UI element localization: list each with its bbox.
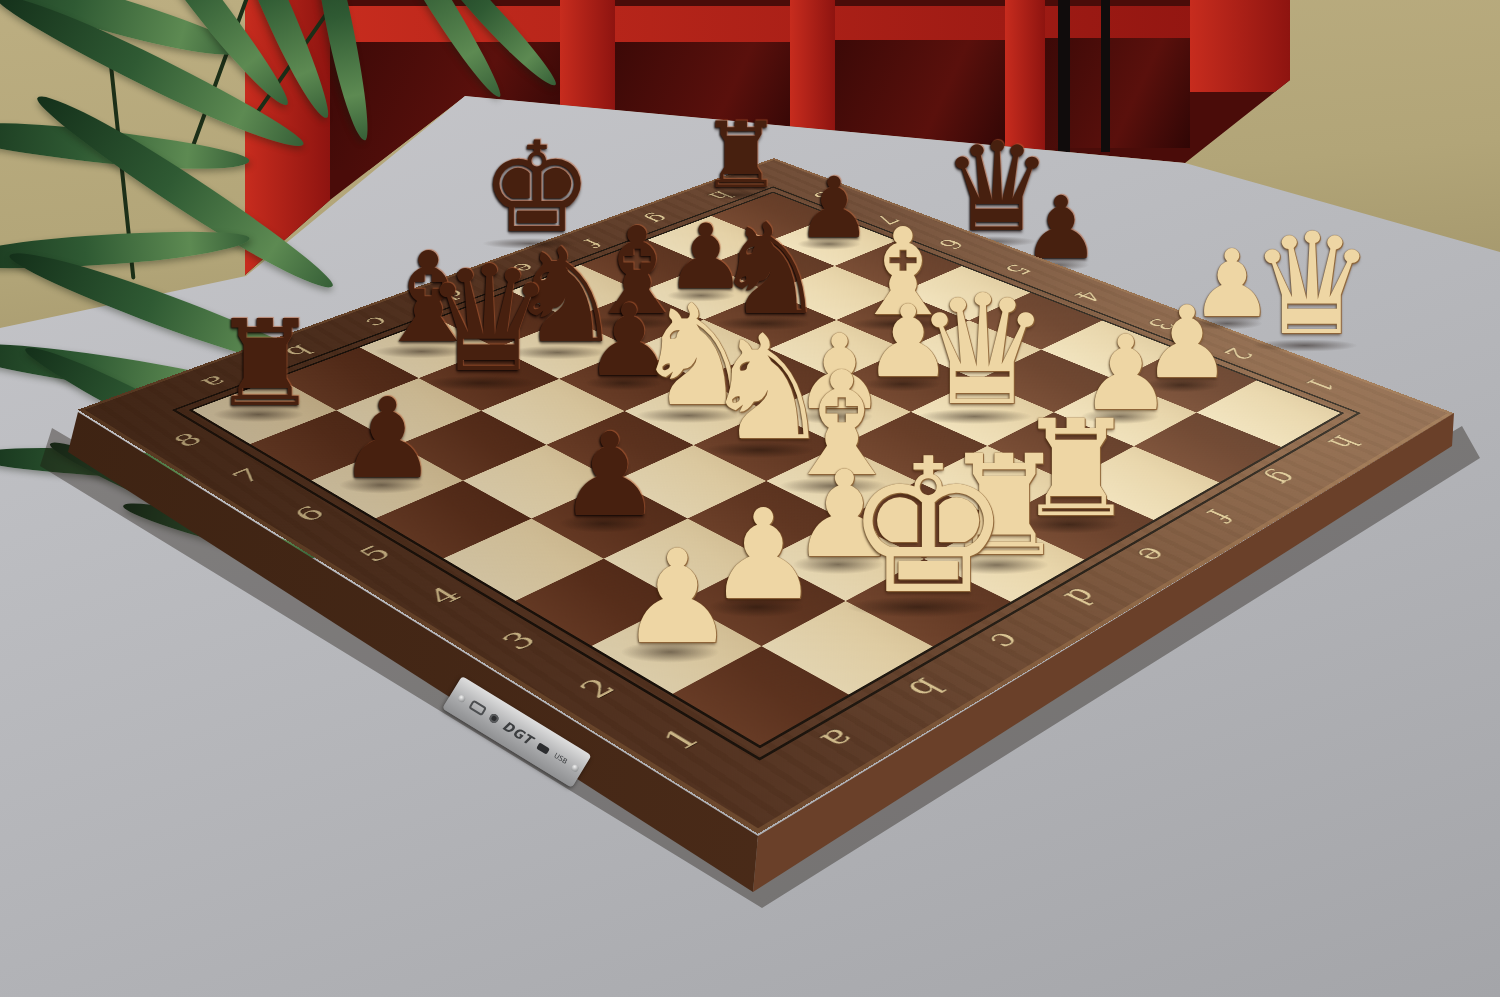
dgt-logo: DGT <box>500 718 536 748</box>
round-port-icon <box>488 712 500 724</box>
usb-label: USB <box>552 752 568 766</box>
screw-icon <box>457 693 467 703</box>
usb-port-icon <box>536 742 550 754</box>
jack-port-icon <box>468 699 487 716</box>
screw-icon <box>571 763 581 773</box>
scene: ♛♟ aabbccddeeffgghh1122334455667788 DGT … <box>0 0 1500 997</box>
